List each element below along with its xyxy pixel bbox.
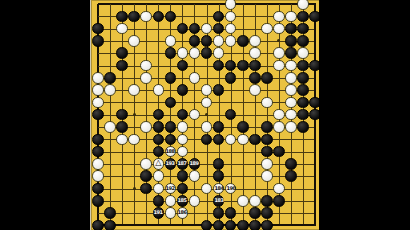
- black-stone: [165, 97, 177, 109]
- black-stone: [225, 220, 237, 230]
- white-stone: [92, 170, 104, 182]
- black-stone: [177, 109, 189, 121]
- white-stone: [249, 35, 261, 47]
- white-stone: [225, 0, 237, 10]
- white-stone: [177, 134, 189, 146]
- white-stone: [92, 84, 104, 96]
- black-stone: [213, 84, 225, 96]
- move-number-label: 188: [166, 149, 175, 154]
- white-stone: [201, 97, 213, 109]
- white-stone: [285, 84, 297, 96]
- white-stone: [177, 47, 189, 59]
- black-stone: [213, 11, 225, 23]
- black-stone: [165, 47, 177, 59]
- black-stone: 187: [177, 158, 189, 170]
- white-stone: [189, 109, 201, 121]
- black-stone: [116, 121, 128, 133]
- white-stone: [261, 23, 273, 35]
- black-stone: [153, 195, 165, 207]
- white-stone: [249, 84, 261, 96]
- black-stone: [128, 11, 140, 23]
- white-stone: 188: [165, 146, 177, 158]
- white-stone: [165, 195, 177, 207]
- black-stone: [237, 60, 249, 72]
- black-stone: [189, 35, 201, 47]
- move-number-label: 193: [166, 161, 175, 166]
- black-stone: [116, 109, 128, 121]
- black-stone: [153, 121, 165, 133]
- white-stone: [285, 72, 297, 84]
- black-stone: [297, 109, 309, 121]
- white-stone: [116, 134, 128, 146]
- black-stone: [153, 134, 165, 146]
- white-stone: [225, 134, 237, 146]
- black-stone: [201, 35, 213, 47]
- black-stone: [261, 146, 273, 158]
- black-stone: 191: [153, 207, 165, 219]
- black-stone: 185: [177, 195, 189, 207]
- white-stone: [285, 60, 297, 72]
- black-stone: [189, 23, 201, 35]
- white-stone: [213, 35, 225, 47]
- white-stone: [273, 60, 285, 72]
- black-stone: [261, 195, 273, 207]
- black-stone: [237, 35, 249, 47]
- black-stone: [261, 121, 273, 133]
- white-stone: [285, 121, 297, 133]
- white-stone: [237, 195, 249, 207]
- black-stone: [165, 11, 177, 23]
- black-stone: [165, 72, 177, 84]
- white-stone: [177, 146, 189, 158]
- white-stone: [225, 23, 237, 35]
- black-stone: [140, 170, 152, 182]
- hoshi-point: [133, 187, 136, 190]
- move-number-label: 184: [214, 186, 223, 191]
- black-stone: [153, 109, 165, 121]
- white-stone: △: [153, 158, 165, 170]
- grid-line-horizontal: [98, 164, 316, 165]
- white-stone: [285, 109, 297, 121]
- black-stone: [285, 35, 297, 47]
- white-stone: [140, 158, 152, 170]
- black-stone: [213, 121, 225, 133]
- white-stone: [128, 84, 140, 96]
- black-stone: [116, 11, 128, 23]
- white-stone: [189, 47, 201, 59]
- white-stone: [153, 170, 165, 182]
- black-stone: [201, 220, 213, 230]
- black-stone: [165, 134, 177, 146]
- black-stone: [285, 47, 297, 59]
- black-stone: [92, 23, 104, 35]
- black-stone: [201, 47, 213, 59]
- white-stone: [297, 47, 309, 59]
- black-stone: [92, 146, 104, 158]
- black-stone: [140, 183, 152, 195]
- move-number-label: 183: [214, 198, 223, 203]
- white-stone: [140, 121, 152, 133]
- black-stone: [213, 207, 225, 219]
- triangle-mark-icon: △: [155, 159, 161, 167]
- white-stone: [273, 11, 285, 23]
- black-stone: [261, 220, 273, 230]
- white-stone: [201, 84, 213, 96]
- white-stone: [261, 170, 273, 182]
- black-stone: [213, 23, 225, 35]
- white-stone: 184: [213, 183, 225, 195]
- screenshot-canvas: 188△193187189192184190185183191186: [0, 0, 410, 230]
- white-stone: [128, 134, 140, 146]
- black-stone: [285, 158, 297, 170]
- white-stone: 192: [165, 183, 177, 195]
- white-stone: [237, 134, 249, 146]
- white-stone: [153, 84, 165, 96]
- move-number-label: 189: [190, 161, 199, 166]
- black-stone: [273, 146, 285, 158]
- black-stone: [225, 207, 237, 219]
- white-stone: 186: [177, 207, 189, 219]
- white-stone: [177, 121, 189, 133]
- black-stone: [225, 72, 237, 84]
- white-stone: [116, 23, 128, 35]
- black-stone: 193: [165, 158, 177, 170]
- white-stone: [201, 121, 213, 133]
- black-stone: [177, 84, 189, 96]
- black-stone: [285, 170, 297, 182]
- black-stone: [237, 121, 249, 133]
- black-stone: [297, 72, 309, 84]
- move-number-label: 192: [166, 186, 175, 191]
- black-stone: [297, 11, 309, 23]
- hoshi-point: [205, 113, 208, 116]
- white-stone: [273, 47, 285, 59]
- white-stone: [189, 195, 201, 207]
- move-number-label: 185: [178, 198, 187, 203]
- white-stone: [153, 183, 165, 195]
- black-stone: [261, 72, 273, 84]
- white-stone: [201, 23, 213, 35]
- grid-line-horizontal: [98, 176, 316, 177]
- black-stone: [285, 23, 297, 35]
- black-stone: [249, 72, 261, 84]
- black-stone: [261, 207, 273, 219]
- black-stone: [213, 158, 225, 170]
- white-stone: [261, 97, 273, 109]
- hoshi-point: [133, 113, 136, 116]
- white-stone: [92, 158, 104, 170]
- letterbox-right: [319, 0, 410, 230]
- hoshi-point: [277, 39, 280, 42]
- black-stone: [177, 170, 189, 182]
- black-stone: [273, 195, 285, 207]
- black-stone: [92, 35, 104, 47]
- black-stone: [153, 146, 165, 158]
- move-number-label: 191: [154, 211, 163, 216]
- black-stone: [225, 109, 237, 121]
- black-stone: [116, 60, 128, 72]
- move-number-label: 187: [178, 161, 187, 166]
- black-stone: [177, 60, 189, 72]
- black-stone: [297, 35, 309, 47]
- white-stone: [140, 72, 152, 84]
- black-stone: [297, 23, 309, 35]
- white-stone: [92, 72, 104, 84]
- black-stone: [249, 220, 261, 230]
- black-stone: [249, 60, 261, 72]
- white-stone: [273, 183, 285, 195]
- black-stone: [225, 60, 237, 72]
- white-stone: [297, 0, 309, 10]
- black-stone: [297, 121, 309, 133]
- white-stone: [249, 47, 261, 59]
- black-stone: 189: [189, 158, 201, 170]
- black-stone: [249, 134, 261, 146]
- black-stone: [104, 72, 116, 84]
- go-board[interactable]: 188△193187189192184190185183191186: [90, 0, 320, 230]
- white-stone: [165, 35, 177, 47]
- black-stone: [213, 170, 225, 182]
- black-stone: [213, 220, 225, 230]
- white-stone: [285, 11, 297, 23]
- move-number-label: 190: [226, 186, 235, 191]
- white-stone: [104, 84, 116, 96]
- white-stone: [273, 109, 285, 121]
- white-stone: [201, 183, 213, 195]
- black-stone: [104, 220, 116, 230]
- black-stone: [177, 23, 189, 35]
- white-stone: 190: [225, 183, 237, 195]
- black-stone: [297, 84, 309, 96]
- grid-line-horizontal: [98, 213, 316, 214]
- white-stone: [261, 158, 273, 170]
- white-stone: [225, 11, 237, 23]
- white-stone: [189, 72, 201, 84]
- white-stone: [213, 47, 225, 59]
- black-stone: [104, 207, 116, 219]
- white-stone: [104, 121, 116, 133]
- black-stone: [92, 134, 104, 146]
- move-number-label: 186: [178, 211, 187, 216]
- black-stone: [249, 207, 261, 219]
- white-stone: [225, 35, 237, 47]
- black-stone: [92, 195, 104, 207]
- white-stone: [273, 23, 285, 35]
- black-stone: [297, 97, 309, 109]
- black-stone: [92, 220, 104, 230]
- letterbox-left: [0, 0, 90, 230]
- black-stone: [213, 134, 225, 146]
- white-stone: [92, 97, 104, 109]
- black-stone: [213, 60, 225, 72]
- white-stone: [128, 35, 140, 47]
- black-stone: [297, 60, 309, 72]
- black-stone: [237, 220, 249, 230]
- white-stone: [273, 121, 285, 133]
- black-stone: [116, 47, 128, 59]
- black-stone: [92, 109, 104, 121]
- white-stone: [249, 195, 261, 207]
- white-stone: [285, 97, 297, 109]
- white-stone: [140, 11, 152, 23]
- white-stone: [189, 170, 201, 182]
- white-stone: [140, 60, 152, 72]
- black-stone: [92, 183, 104, 195]
- white-stone: [165, 207, 177, 219]
- black-stone: 183: [213, 195, 225, 207]
- black-stone: [165, 121, 177, 133]
- black-stone: [261, 134, 273, 146]
- black-stone: [177, 183, 189, 195]
- grid-line-vertical: [267, 4, 268, 226]
- black-stone: [153, 11, 165, 23]
- black-stone: [201, 134, 213, 146]
